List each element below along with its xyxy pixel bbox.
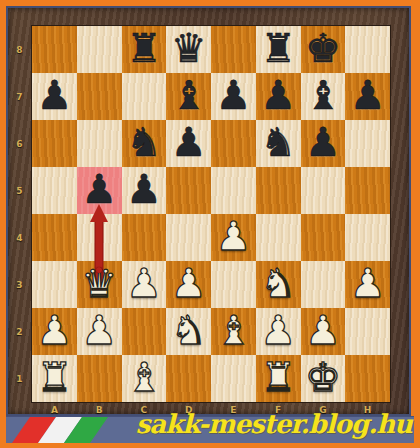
square-d5[interactable]: [166, 167, 211, 214]
black-bishop[interactable]: ♝: [305, 75, 341, 115]
square-f4[interactable]: [256, 214, 301, 261]
white-bishop[interactable]: ♝: [126, 357, 162, 397]
black-pawn[interactable]: ♟: [81, 169, 117, 209]
black-pawn[interactable]: ♟: [36, 75, 72, 115]
square-g5[interactable]: [301, 167, 346, 214]
black-knight[interactable]: ♞: [260, 122, 296, 162]
white-knight[interactable]: ♞: [260, 263, 296, 303]
square-f8[interactable]: ♜: [256, 26, 301, 73]
rank-label-3: 3: [9, 261, 30, 308]
square-g6[interactable]: ♟: [301, 120, 346, 167]
chess-board: ♜♛♜♚♟♝♟♟♝♟♞♟♞♟♟♟♟♛♟♟♞♟♟♟♞♝♟♟♜♝♜♚: [32, 26, 390, 402]
square-c7[interactable]: [122, 73, 167, 120]
square-f1[interactable]: ♜: [256, 355, 301, 402]
black-pawn[interactable]: ♟: [260, 75, 296, 115]
square-a2[interactable]: ♟: [32, 308, 77, 355]
rank-coordinates: 87654321: [9, 26, 30, 402]
square-f7[interactable]: ♟: [256, 73, 301, 120]
square-d3[interactable]: ♟: [166, 261, 211, 308]
rank-label-8: 8: [9, 26, 30, 73]
white-king[interactable]: ♚: [305, 357, 341, 397]
white-rook[interactable]: ♜: [36, 357, 72, 397]
square-e7[interactable]: ♟: [211, 73, 256, 120]
file-label-a: A: [32, 403, 77, 416]
square-h1[interactable]: [345, 355, 390, 402]
square-d2[interactable]: ♞: [166, 308, 211, 355]
square-b5[interactable]: ♟: [77, 167, 122, 214]
square-e5[interactable]: [211, 167, 256, 214]
square-h8[interactable]: [345, 26, 390, 73]
black-pawn[interactable]: ♟: [171, 122, 207, 162]
hungarian-flag-icon: [6, 417, 126, 443]
square-h5[interactable]: [345, 167, 390, 214]
square-d8[interactable]: ♛: [166, 26, 211, 73]
square-a1[interactable]: ♜: [32, 355, 77, 402]
watermark-band: sakk-mester.blog.hu: [6, 416, 414, 443]
square-g8[interactable]: ♚: [301, 26, 346, 73]
arrow-start-dot: [96, 267, 102, 273]
square-c2[interactable]: [122, 308, 167, 355]
square-h6[interactable]: [345, 120, 390, 167]
square-b8[interactable]: [77, 26, 122, 73]
site-watermark: sakk-mester.blog.hu: [136, 409, 412, 439]
white-knight[interactable]: ♞: [171, 310, 207, 350]
white-bishop[interactable]: ♝: [215, 310, 251, 350]
square-a3[interactable]: [32, 261, 77, 308]
square-c4[interactable]: [122, 214, 167, 261]
black-pawn[interactable]: ♟: [350, 75, 386, 115]
chess-diagram: 87654321 ♜♛♜♚♟♝♟♟♝♟♞♟♞♟♟♟♟♛♟♟♞♟♟♟♞♝♟♟♜♝♜…: [0, 0, 420, 448]
rank-label-4: 4: [9, 214, 30, 261]
white-pawn[interactable]: ♟: [305, 310, 341, 350]
white-pawn[interactable]: ♟: [215, 216, 251, 256]
rank-label-5: 5: [9, 167, 30, 214]
square-b7[interactable]: [77, 73, 122, 120]
square-f3[interactable]: ♞: [256, 261, 301, 308]
square-e6[interactable]: [211, 120, 256, 167]
square-a8[interactable]: [32, 26, 77, 73]
square-c3[interactable]: ♟: [122, 261, 167, 308]
black-queen[interactable]: ♛: [171, 28, 207, 68]
white-pawn[interactable]: ♟: [171, 263, 207, 303]
square-e3[interactable]: [211, 261, 256, 308]
white-pawn[interactable]: ♟: [260, 310, 296, 350]
square-g7[interactable]: ♝: [301, 73, 346, 120]
square-g1[interactable]: ♚: [301, 355, 346, 402]
black-pawn[interactable]: ♟: [215, 75, 251, 115]
square-b4[interactable]: [77, 214, 122, 261]
black-rook[interactable]: ♜: [260, 28, 296, 68]
square-a7[interactable]: ♟: [32, 73, 77, 120]
square-d4[interactable]: [166, 214, 211, 261]
square-f2[interactable]: ♟: [256, 308, 301, 355]
square-b1[interactable]: [77, 355, 122, 402]
black-knight[interactable]: ♞: [126, 122, 162, 162]
white-pawn[interactable]: ♟: [126, 263, 162, 303]
square-e1[interactable]: [211, 355, 256, 402]
square-a5[interactable]: [32, 167, 77, 214]
white-pawn[interactable]: ♟: [350, 263, 386, 303]
square-b2[interactable]: ♟: [77, 308, 122, 355]
file-label-b: B: [77, 403, 122, 416]
rank-label-7: 7: [9, 73, 30, 120]
black-bishop[interactable]: ♝: [171, 75, 207, 115]
square-g2[interactable]: ♟: [301, 308, 346, 355]
square-b6[interactable]: [77, 120, 122, 167]
rank-label-1: 1: [9, 355, 30, 402]
square-h3[interactable]: ♟: [345, 261, 390, 308]
square-a6[interactable]: [32, 120, 77, 167]
square-d1[interactable]: [166, 355, 211, 402]
white-pawn[interactable]: ♟: [36, 310, 72, 350]
white-pawn[interactable]: ♟: [81, 310, 117, 350]
square-h4[interactable]: [345, 214, 390, 261]
square-d6[interactable]: ♟: [166, 120, 211, 167]
square-f5[interactable]: [256, 167, 301, 214]
square-c8[interactable]: ♜: [122, 26, 167, 73]
square-d7[interactable]: ♝: [166, 73, 211, 120]
square-e4[interactable]: ♟: [211, 214, 256, 261]
square-g4[interactable]: [301, 214, 346, 261]
square-a4[interactable]: [32, 214, 77, 261]
black-pawn[interactable]: ♟: [126, 169, 162, 209]
rank-label-6: 6: [9, 120, 30, 167]
square-g3[interactable]: [301, 261, 346, 308]
square-c5[interactable]: ♟: [122, 167, 167, 214]
black-pawn[interactable]: ♟: [305, 122, 341, 162]
square-h2[interactable]: [345, 308, 390, 355]
square-c6[interactable]: ♞: [122, 120, 167, 167]
square-e2[interactable]: ♝: [211, 308, 256, 355]
square-h7[interactable]: ♟: [345, 73, 390, 120]
white-rook[interactable]: ♜: [260, 357, 296, 397]
square-f6[interactable]: ♞: [256, 120, 301, 167]
black-king[interactable]: ♚: [305, 28, 341, 68]
black-rook[interactable]: ♜: [126, 28, 162, 68]
rank-label-2: 2: [9, 308, 30, 355]
square-e8[interactable]: [211, 26, 256, 73]
square-c1[interactable]: ♝: [122, 355, 167, 402]
